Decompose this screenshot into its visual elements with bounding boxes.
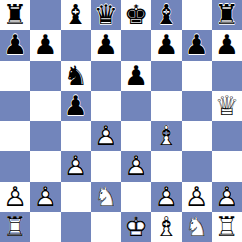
square-b5[interactable] <box>30 91 60 121</box>
piece-white-bishop-f1[interactable]: ♝♗ <box>151 212 181 242</box>
black-piece-glyph: ♟ <box>91 30 121 60</box>
square-c3[interactable]: ♟♙ <box>61 151 91 181</box>
white-piece-outline-glyph: ♕ <box>212 91 242 121</box>
piece-black-rook-a8[interactable]: ♜ <box>0 0 30 30</box>
white-piece-outline-glyph: ♙ <box>30 182 60 212</box>
piece-black-bishop-c8[interactable]: ♝ <box>61 0 91 30</box>
square-b8[interactable] <box>30 0 60 30</box>
square-a3[interactable] <box>0 151 30 181</box>
square-c1[interactable] <box>61 212 91 242</box>
piece-white-king-e1[interactable]: ♚♔ <box>121 212 151 242</box>
piece-black-pawn-a7[interactable]: ♟ <box>0 30 30 60</box>
square-d4[interactable]: ♟♙ <box>91 121 121 151</box>
black-piece-glyph: ♚ <box>121 0 151 30</box>
piece-black-pawn-g7[interactable]: ♟ <box>182 30 212 60</box>
square-b3[interactable] <box>30 151 60 181</box>
black-piece-glyph: ♟ <box>212 30 242 60</box>
square-f2[interactable]: ♟♙ <box>151 182 181 212</box>
white-piece-outline-glyph: ♖ <box>212 212 242 242</box>
piece-black-rook-h8[interactable]: ♜ <box>212 0 242 30</box>
white-piece-outline-glyph: ♙ <box>0 182 30 212</box>
square-d1[interactable] <box>91 212 121 242</box>
square-e2[interactable] <box>121 182 151 212</box>
piece-black-king-e8[interactable]: ♚ <box>121 0 151 30</box>
piece-black-knight-c6[interactable]: ♞ <box>61 61 91 91</box>
square-b6[interactable] <box>30 61 60 91</box>
piece-white-rook-h1[interactable]: ♜♖ <box>212 212 242 242</box>
white-piece-outline-glyph: ♙ <box>182 182 212 212</box>
black-piece-glyph: ♟ <box>61 91 91 121</box>
square-d2[interactable]: ♞♘ <box>91 182 121 212</box>
piece-black-pawn-c5[interactable]: ♟ <box>61 91 91 121</box>
square-a2[interactable]: ♟♙ <box>0 182 30 212</box>
piece-black-bishop-f8[interactable]: ♝ <box>151 0 181 30</box>
square-d6[interactable] <box>91 61 121 91</box>
black-piece-glyph: ♟ <box>121 61 151 91</box>
piece-white-pawn-a2[interactable]: ♟♙ <box>0 182 30 212</box>
piece-black-pawn-b7[interactable]: ♟ <box>30 30 60 60</box>
square-e6[interactable]: ♟ <box>121 61 151 91</box>
square-c7[interactable] <box>61 30 91 60</box>
piece-black-pawn-d7[interactable]: ♟ <box>91 30 121 60</box>
square-h3[interactable] <box>212 151 242 181</box>
square-h8[interactable]: ♜ <box>212 0 242 30</box>
square-f6[interactable] <box>151 61 181 91</box>
square-g8[interactable] <box>182 0 212 30</box>
square-h6[interactable] <box>212 61 242 91</box>
black-piece-glyph: ♜ <box>212 0 242 30</box>
square-e1[interactable]: ♚♔ <box>121 212 151 242</box>
black-piece-glyph: ♞ <box>61 61 91 91</box>
white-piece-outline-glyph: ♘ <box>182 212 212 242</box>
square-g3[interactable] <box>182 151 212 181</box>
square-g1[interactable]: ♞♘ <box>182 212 212 242</box>
white-piece-outline-glyph: ♘ <box>91 182 121 212</box>
black-piece-glyph: ♟ <box>0 30 30 60</box>
square-g5[interactable] <box>182 91 212 121</box>
square-h7[interactable]: ♟ <box>212 30 242 60</box>
square-d5[interactable] <box>91 91 121 121</box>
square-c2[interactable] <box>61 182 91 212</box>
black-piece-glyph: ♝ <box>61 0 91 30</box>
square-d8[interactable]: ♛ <box>91 0 121 30</box>
black-piece-glyph: ♟ <box>151 30 181 60</box>
square-c4[interactable] <box>61 121 91 151</box>
piece-black-pawn-e6[interactable]: ♟ <box>121 61 151 91</box>
square-f3[interactable] <box>151 151 181 181</box>
white-piece-outline-glyph: ♙ <box>212 182 242 212</box>
black-piece-glyph: ♟ <box>182 30 212 60</box>
square-c6[interactable]: ♞ <box>61 61 91 91</box>
square-f8[interactable]: ♝ <box>151 0 181 30</box>
white-piece-outline-glyph: ♗ <box>151 212 181 242</box>
square-f5[interactable] <box>151 91 181 121</box>
square-b2[interactable]: ♟♙ <box>30 182 60 212</box>
square-a4[interactable] <box>0 121 30 151</box>
square-h5[interactable]: ♛♕ <box>212 91 242 121</box>
square-f4[interactable]: ♝♗ <box>151 121 181 151</box>
square-c8[interactable]: ♝ <box>61 0 91 30</box>
white-piece-outline-glyph: ♗ <box>151 121 181 151</box>
square-e4[interactable] <box>121 121 151 151</box>
piece-white-pawn-e3[interactable]: ♟♙ <box>121 151 151 181</box>
square-d3[interactable] <box>91 151 121 181</box>
piece-white-pawn-g2[interactable]: ♟♙ <box>182 182 212 212</box>
piece-white-pawn-f2[interactable]: ♟♙ <box>151 182 181 212</box>
piece-white-knight-d2[interactable]: ♞♘ <box>91 182 121 212</box>
square-a8[interactable]: ♜ <box>0 0 30 30</box>
square-a1[interactable]: ♜♖ <box>0 212 30 242</box>
white-piece-outline-glyph: ♔ <box>121 212 151 242</box>
white-piece-outline-glyph: ♙ <box>121 151 151 181</box>
square-c5[interactable]: ♟ <box>61 91 91 121</box>
white-piece-outline-glyph: ♙ <box>61 151 91 181</box>
white-piece-outline-glyph: ♙ <box>91 121 121 151</box>
square-f7[interactable]: ♟ <box>151 30 181 60</box>
square-g7[interactable]: ♟ <box>182 30 212 60</box>
white-piece-outline-glyph: ♙ <box>151 182 181 212</box>
piece-white-queen-h5[interactable]: ♛♕ <box>212 91 242 121</box>
black-piece-glyph: ♟ <box>30 30 60 60</box>
piece-black-pawn-h7[interactable]: ♟ <box>212 30 242 60</box>
square-d7[interactable]: ♟ <box>91 30 121 60</box>
square-h2[interactable]: ♟♙ <box>212 182 242 212</box>
piece-white-pawn-d4[interactable]: ♟♙ <box>91 121 121 151</box>
piece-white-bishop-f4[interactable]: ♝♗ <box>151 121 181 151</box>
white-piece-outline-glyph: ♖ <box>0 212 30 242</box>
square-g4[interactable] <box>182 121 212 151</box>
piece-black-pawn-f7[interactable]: ♟ <box>151 30 181 60</box>
black-piece-glyph: ♝ <box>151 0 181 30</box>
square-b1[interactable] <box>30 212 60 242</box>
piece-black-queen-d8[interactable]: ♛ <box>91 0 121 30</box>
square-a6[interactable] <box>0 61 30 91</box>
piece-white-rook-a1[interactable]: ♜♖ <box>0 212 30 242</box>
square-b7[interactable]: ♟ <box>30 30 60 60</box>
chess-board: ♜♝♛♚♝♜♟♟♟♟♟♟♞♟♟♛♕♟♙♝♗♟♙♟♙♟♙♟♙♞♘♟♙♟♙♟♙♜♖♚… <box>0 0 242 242</box>
square-f1[interactable]: ♝♗ <box>151 212 181 242</box>
black-piece-glyph: ♜ <box>0 0 30 30</box>
square-h4[interactable] <box>212 121 242 151</box>
square-a7[interactable]: ♟ <box>0 30 30 60</box>
square-g6[interactable] <box>182 61 212 91</box>
square-e3[interactable]: ♟♙ <box>121 151 151 181</box>
square-b4[interactable] <box>30 121 60 151</box>
square-a5[interactable] <box>0 91 30 121</box>
piece-white-knight-g1[interactable]: ♞♘ <box>182 212 212 242</box>
piece-white-pawn-c3[interactable]: ♟♙ <box>61 151 91 181</box>
square-h1[interactable]: ♜♖ <box>212 212 242 242</box>
piece-white-pawn-h2[interactable]: ♟♙ <box>212 182 242 212</box>
square-e7[interactable] <box>121 30 151 60</box>
square-e5[interactable] <box>121 91 151 121</box>
square-e8[interactable]: ♚ <box>121 0 151 30</box>
piece-white-pawn-b2[interactable]: ♟♙ <box>30 182 60 212</box>
black-piece-glyph: ♛ <box>91 0 121 30</box>
square-g2[interactable]: ♟♙ <box>182 182 212 212</box>
